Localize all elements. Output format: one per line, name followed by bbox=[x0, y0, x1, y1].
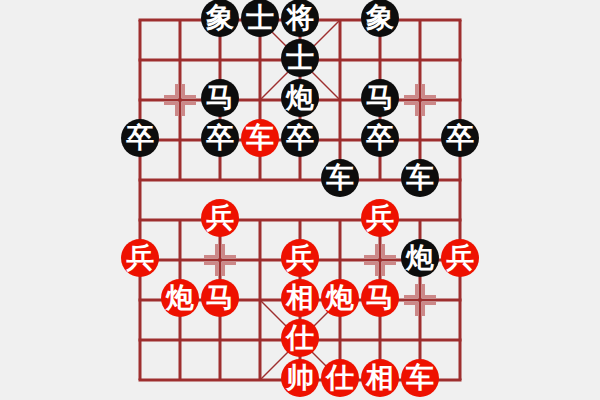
piece-black-soldier[interactable]: 卒 bbox=[441, 119, 479, 157]
piece-black-soldier[interactable]: 卒 bbox=[201, 119, 239, 157]
piece-black-elephant[interactable]: 象 bbox=[201, 0, 239, 37]
piece-black-advisor[interactable]: 士 bbox=[241, 0, 279, 37]
piece-black-soldier[interactable]: 卒 bbox=[361, 119, 399, 157]
piece-black-cannon[interactable]: 炮 bbox=[401, 239, 439, 277]
piece-red-soldier[interactable]: 兵 bbox=[441, 239, 479, 277]
piece-black-horse[interactable]: 马 bbox=[201, 79, 239, 117]
piece-red-soldier[interactable]: 兵 bbox=[281, 239, 319, 277]
piece-red-chariot[interactable]: 车 bbox=[401, 359, 439, 397]
piece-red-chariot[interactable]: 车 bbox=[241, 119, 279, 157]
piece-red-horse[interactable]: 马 bbox=[361, 279, 399, 317]
piece-red-general[interactable]: 帅 bbox=[281, 359, 319, 397]
piece-red-cannon[interactable]: 炮 bbox=[321, 279, 359, 317]
piece-black-soldier[interactable]: 卒 bbox=[121, 119, 159, 157]
point-marker bbox=[202, 242, 238, 278]
piece-red-soldier[interactable]: 兵 bbox=[121, 239, 159, 277]
point-marker bbox=[162, 82, 198, 118]
point-marker bbox=[402, 82, 438, 118]
piece-red-cannon[interactable]: 炮 bbox=[161, 279, 199, 317]
piece-black-chariot[interactable]: 车 bbox=[401, 159, 439, 197]
piece-red-soldier[interactable]: 兵 bbox=[201, 199, 239, 237]
piece-red-advisor[interactable]: 仕 bbox=[281, 319, 319, 357]
xiangqi-app-screen: 象士将象士马炮马卒卒车卒卒卒车车兵兵兵兵炮兵炮马相炮马仕帅仕相车 bbox=[0, 0, 600, 400]
piece-black-cannon[interactable]: 炮 bbox=[281, 79, 319, 117]
piece-black-advisor[interactable]: 士 bbox=[281, 39, 319, 77]
piece-red-elephant[interactable]: 相 bbox=[361, 359, 399, 397]
piece-black-horse[interactable]: 马 bbox=[361, 79, 399, 117]
point-marker bbox=[362, 242, 398, 278]
piece-black-general[interactable]: 将 bbox=[281, 0, 319, 37]
piece-black-chariot[interactable]: 车 bbox=[321, 159, 359, 197]
piece-black-soldier[interactable]: 卒 bbox=[281, 119, 319, 157]
piece-black-elephant[interactable]: 象 bbox=[361, 0, 399, 37]
piece-red-advisor[interactable]: 仕 bbox=[321, 359, 359, 397]
xiangqi-board: 象士将象士马炮马卒卒车卒卒卒车车兵兵兵兵炮兵炮马相炮马仕帅仕相车 bbox=[120, 0, 480, 400]
piece-red-horse[interactable]: 马 bbox=[201, 279, 239, 317]
piece-red-elephant[interactable]: 相 bbox=[281, 279, 319, 317]
piece-red-soldier[interactable]: 兵 bbox=[361, 199, 399, 237]
point-marker bbox=[402, 282, 438, 318]
